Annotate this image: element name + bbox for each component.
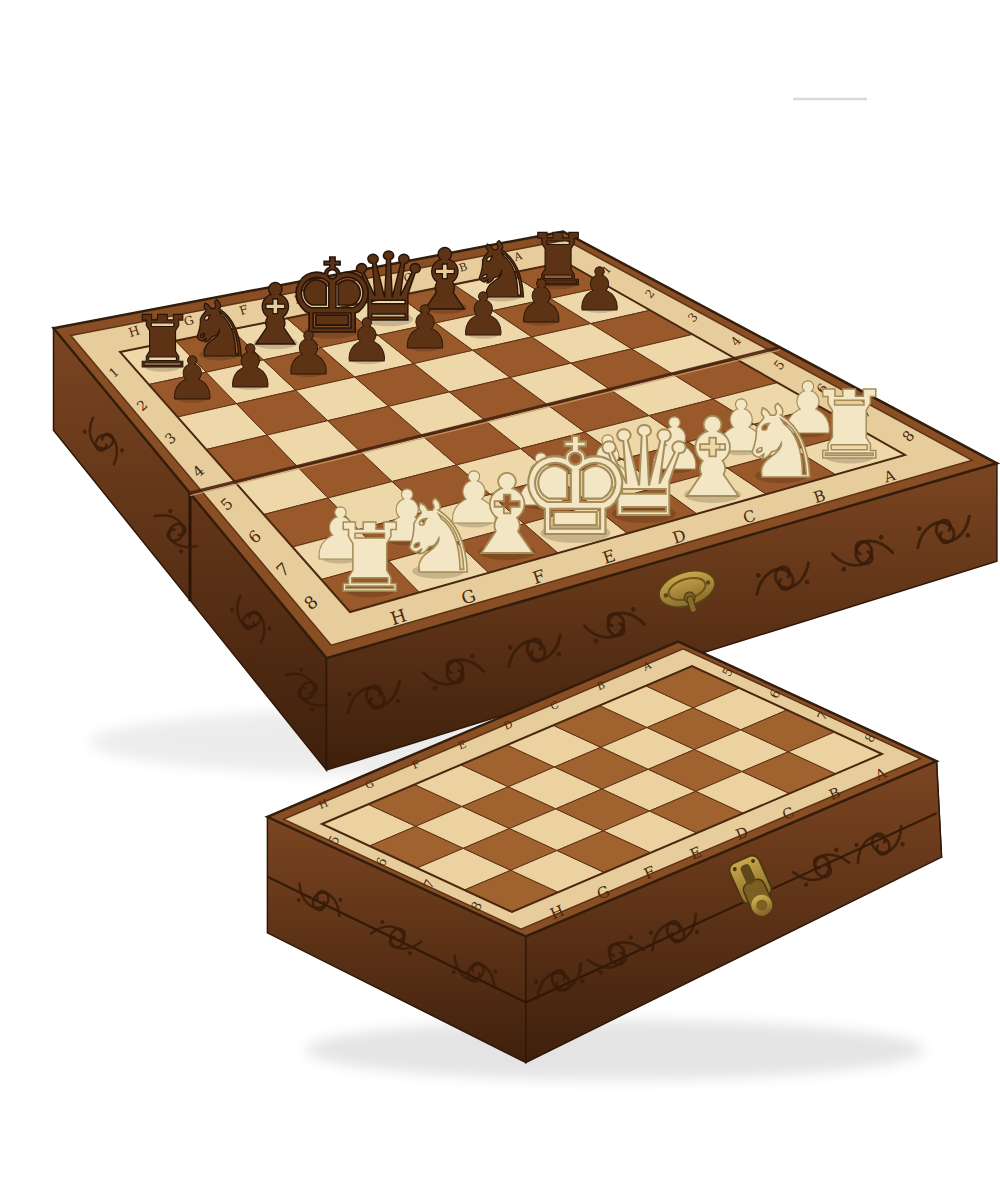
piece-dark-pawn-a2: ♟	[573, 255, 626, 324]
scene-svg: 1234567812345678HGFEDCBAHGFEDCBA♜♞♝♟♛♟♚♟…	[0, 0, 1000, 1200]
piece-dark-pawn-h2: ♟	[166, 344, 219, 413]
closed-box-shadow	[305, 1020, 925, 1080]
piece-dark-pawn-b2: ♟	[515, 267, 568, 336]
piece-dark-pawn-d2: ♟	[398, 293, 451, 362]
product-photo: chess 1234567812345678HGFEDCBAHGFEDCBA♜♞…	[0, 0, 1000, 1200]
piece-dark-pawn-c2: ♟	[457, 280, 510, 349]
piece-light-rook-h8: ♜	[328, 504, 412, 613]
piece-dark-pawn-g2: ♟	[224, 332, 277, 401]
piece-dark-pawn-f2: ♟	[282, 319, 335, 388]
piece-dark-pawn-e2: ♟	[340, 306, 393, 375]
